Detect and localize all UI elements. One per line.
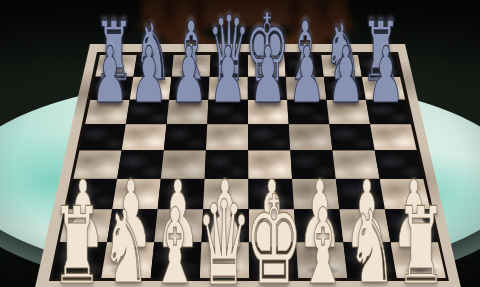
square-c5[interactable]	[164, 124, 207, 150]
piece-white-bishop-c1[interactable]: ♝	[150, 194, 199, 287]
piece-white-rook-h1[interactable]: ♜	[396, 193, 446, 287]
piece-black-pawn-c7[interactable]: ♟	[170, 37, 207, 115]
chess-game-scene: ♜♞♝♛♚♝♞♜♟♟♟♟♟♟♟♟♟♟♟♟♟♟♟♟♜♞♝♛♚♝♞♜	[0, 0, 480, 287]
square-h5[interactable]	[370, 124, 417, 150]
piece-white-knight-g1[interactable]: ♞	[348, 197, 396, 287]
piece-black-pawn-g7[interactable]: ♟	[328, 37, 365, 115]
square-a5[interactable]	[79, 124, 125, 150]
square-f5[interactable]	[289, 124, 333, 150]
piece-black-pawn-a7[interactable]: ♟	[92, 37, 129, 115]
square-e5[interactable]	[248, 124, 290, 150]
piece-black-pawn-h7[interactable]: ♟	[367, 37, 404, 115]
piece-white-bishop-f1[interactable]: ♝	[298, 194, 347, 287]
chess-board: ♜♞♝♛♚♝♞♜♟♟♟♟♟♟♟♟♟♟♟♟♟♟♟♟♜♞♝♛♚♝♞♜	[0, 0, 480, 287]
piece-black-pawn-e7[interactable]: ♟	[249, 37, 286, 115]
piece-black-pawn-d7[interactable]: ♟	[210, 37, 247, 115]
piece-white-rook-a1[interactable]: ♜	[51, 193, 101, 287]
piece-white-knight-b1[interactable]: ♞	[102, 197, 150, 287]
piece-black-pawn-f7[interactable]: ♟	[288, 37, 325, 115]
piece-white-king-e1[interactable]: ♚	[245, 181, 303, 287]
piece-white-queen-d1[interactable]: ♛	[197, 185, 252, 287]
square-d5[interactable]	[206, 124, 248, 150]
square-g5[interactable]	[329, 124, 374, 150]
square-b5[interactable]	[122, 124, 167, 150]
piece-black-pawn-b7[interactable]: ♟	[131, 37, 168, 115]
